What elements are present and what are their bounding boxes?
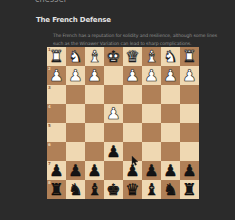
square[interactable] (85, 123, 104, 142)
chess-piece-wP: ♟ (85, 66, 104, 85)
chess-piece-wN: ♞ (66, 47, 85, 66)
square[interactable]: ♟ (161, 161, 180, 180)
square[interactable]: 4 (47, 104, 66, 123)
square[interactable]: ♞ (66, 180, 85, 199)
square[interactable]: ♟ (123, 66, 142, 85)
square[interactable] (66, 85, 85, 104)
chess-piece-bP: ♟ (142, 161, 161, 180)
square[interactable] (180, 104, 199, 123)
square[interactable] (142, 85, 161, 104)
square[interactable]: ♞ (161, 47, 180, 66)
square[interactable] (66, 104, 85, 123)
square[interactable]: 3 (47, 85, 66, 104)
square[interactable]: 1♜ (47, 47, 66, 66)
square[interactable]: ♟ (161, 66, 180, 85)
square[interactable] (123, 85, 142, 104)
square[interactable]: ♝ (142, 180, 161, 199)
chess-piece-bK: ♚ (104, 180, 123, 199)
chess-piece-bP: ♟ (104, 142, 123, 161)
page-title: The French Defense (36, 16, 111, 24)
chess-piece-bP: ♟ (85, 161, 104, 180)
chess-piece-wR: ♜ (180, 47, 199, 66)
chess-piece-wP: ♟ (66, 66, 85, 85)
square[interactable] (104, 85, 123, 104)
chess-piece-wP: ♟ (180, 66, 199, 85)
chess-piece-wP: ♟ (47, 66, 66, 85)
chess-piece-wB: ♝ (85, 47, 104, 66)
square[interactable] (123, 123, 142, 142)
square[interactable]: ♞ (161, 180, 180, 199)
square[interactable] (104, 66, 123, 85)
square[interactable]: ♟ (142, 161, 161, 180)
square[interactable]: ♝ (85, 47, 104, 66)
square[interactable]: ♟ (66, 161, 85, 180)
chess-piece-bQ: ♛ (123, 180, 142, 199)
chess-piece-bP: ♟ (180, 161, 199, 180)
square[interactable]: 6 (47, 142, 66, 161)
square[interactable]: ♝ (85, 180, 104, 199)
square[interactable] (142, 123, 161, 142)
chess-piece-wP: ♟ (123, 66, 142, 85)
square[interactable] (161, 142, 180, 161)
square[interactable] (104, 161, 123, 180)
rank-label: 6 (48, 143, 51, 147)
square[interactable] (142, 104, 161, 123)
top-clipped-label: chesser (35, 0, 67, 4)
chess-piece-bN: ♞ (66, 180, 85, 199)
square[interactable]: ♟ (104, 104, 123, 123)
square[interactable]: 8♜ (47, 180, 66, 199)
square[interactable] (66, 142, 85, 161)
square[interactable]: ♛ (123, 47, 142, 66)
rank-label: 4 (48, 105, 51, 109)
chess-piece-bP: ♟ (47, 161, 66, 180)
square[interactable]: ♞ (66, 47, 85, 66)
square[interactable]: 5 (47, 123, 66, 142)
square[interactable]: ♟ (85, 66, 104, 85)
chess-piece-wB: ♝ (142, 47, 161, 66)
chess-piece-wN: ♞ (161, 47, 180, 66)
square[interactable] (161, 104, 180, 123)
square[interactable] (66, 123, 85, 142)
square[interactable] (85, 104, 104, 123)
square[interactable]: ♚ (104, 180, 123, 199)
square[interactable] (85, 85, 104, 104)
square[interactable] (104, 123, 123, 142)
chess-piece-wP: ♟ (104, 104, 123, 123)
chess-piece-wP: ♟ (161, 66, 180, 85)
square[interactable]: 7♟ (47, 161, 66, 180)
rank-label: 3 (48, 86, 51, 90)
chess-piece-bB: ♝ (142, 180, 161, 199)
chess-piece-bP: ♟ (123, 161, 142, 180)
chess-piece-bR: ♜ (180, 180, 199, 199)
square[interactable]: ♟ (142, 66, 161, 85)
square[interactable] (180, 85, 199, 104)
square[interactable]: ♜ (180, 180, 199, 199)
chess-piece-bB: ♝ (85, 180, 104, 199)
chess-piece-bR: ♜ (47, 180, 66, 199)
square[interactable] (123, 104, 142, 123)
chess-piece-bN: ♞ (161, 180, 180, 199)
chess-piece-bP: ♟ (161, 161, 180, 180)
square[interactable]: ♟ (180, 66, 199, 85)
square[interactable]: ♟ (123, 161, 142, 180)
square[interactable]: ♟ (85, 161, 104, 180)
square[interactable] (142, 142, 161, 161)
chess-board[interactable]: 1♜♞♝♚♛♝♞♜2♟♟♟♟♟♟♟34♟56♟7♟♟♟♟♟♟♟8♜♞♝♚♛♝♞♜ (47, 47, 199, 199)
square[interactable] (161, 123, 180, 142)
square[interactable]: ♛ (123, 180, 142, 199)
chess-piece-bP: ♟ (66, 161, 85, 180)
chess-piece-wK: ♚ (104, 47, 123, 66)
lesson-description: The French has a reputation for solidity… (53, 32, 217, 48)
chess-piece-wQ: ♛ (123, 47, 142, 66)
square[interactable]: ♟ (104, 142, 123, 161)
square[interactable]: ♟ (180, 161, 199, 180)
rank-label: 5 (48, 124, 51, 128)
square[interactable]: 2♟ (47, 66, 66, 85)
square[interactable]: ♚ (104, 47, 123, 66)
page-background: { "app": { "top_label": "chesser" }, "pa… (0, 0, 235, 220)
lesson-description-line: The French has a reputation for solidity… (53, 32, 217, 40)
square[interactable] (161, 85, 180, 104)
square[interactable] (180, 142, 199, 161)
square[interactable]: ♟ (66, 66, 85, 85)
chess-piece-wP: ♟ (142, 66, 161, 85)
chess-piece-wR: ♜ (47, 47, 66, 66)
square[interactable] (180, 123, 199, 142)
square[interactable]: ♜ (180, 47, 199, 66)
square[interactable]: ♝ (142, 47, 161, 66)
square[interactable] (123, 142, 142, 161)
square[interactable] (85, 142, 104, 161)
